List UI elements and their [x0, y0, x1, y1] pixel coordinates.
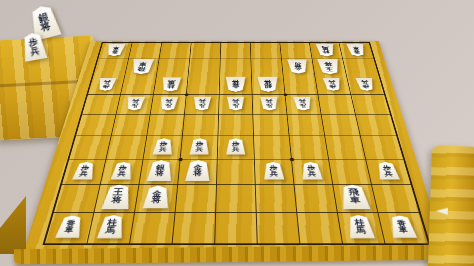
board-square-9f [69, 136, 111, 159]
star-point [283, 93, 287, 95]
board-square-3b: 金将 [282, 59, 315, 76]
board-square-1e [356, 115, 397, 137]
board-square-9i: 香車 [45, 213, 94, 244]
shogi-grid: 香車桂馬香車飛車金将玉将歩兵桂馬金将銀将歩兵歩兵歩兵歩兵歩兵歩兵歩兵歩兵歩兵歩兵… [42, 42, 430, 245]
board-square-6g: 金将 [178, 159, 218, 184]
board-square-5e [218, 115, 254, 137]
board-square-4a [251, 43, 282, 59]
board-square-1d [351, 95, 390, 115]
board-square-8g: 歩兵 [101, 159, 144, 184]
shogi-piece-sente-pawn[interactable]: 歩兵 [300, 162, 323, 180]
shogi-piece-sente-king[interactable]: 王将 [100, 185, 133, 210]
board-square-1b [343, 59, 379, 76]
shogi-piece-gote-pawn[interactable]: 歩兵 [96, 78, 117, 91]
shogi-piece-gote-pawn[interactable]: 歩兵 [192, 97, 212, 111]
board-square-1a: 香車 [339, 43, 373, 59]
board-square-5d: 歩兵 [219, 95, 253, 115]
board-front-face [14, 245, 448, 265]
shogi-board: 香車桂馬香車飛車金将玉将歩兵桂馬金将銀将歩兵歩兵歩兵歩兵歩兵歩兵歩兵歩兵歩兵歩兵… [24, 41, 445, 250]
shogi-piece-gote-pawn[interactable]: 歩兵 [293, 97, 314, 111]
board-square-5h [216, 185, 257, 213]
shogi-piece-sente-lance[interactable]: 香車 [54, 215, 85, 238]
board-square-6h [176, 185, 217, 213]
shogi-piece-gote-gold[interactable]: 金将 [225, 77, 247, 92]
shogi-piece-gote-gold[interactable]: 金将 [286, 59, 309, 73]
shogi-piece-sente-lance[interactable]: 香車 [387, 215, 418, 238]
board-square-9b [93, 59, 129, 76]
board-square-5g [217, 159, 256, 184]
board-square-3d: 歩兵 [285, 95, 321, 115]
shogi-piece-sente-knight[interactable]: 桂馬 [345, 215, 376, 238]
board-square-9e [76, 115, 116, 137]
board-square-6e [183, 115, 219, 137]
board-square-7b [157, 59, 190, 76]
board-square-4c: 銀将 [252, 76, 286, 94]
board-square-7i [130, 213, 175, 244]
board-square-7e [147, 115, 185, 137]
board-square-1f [361, 136, 404, 159]
board-left-side-face [0, 196, 26, 254]
photo-desk-background: { "game": "shogi", "scene": "Overhead ph… [0, 0, 474, 266]
shogi-piece-sente-pawn[interactable]: 歩兵 [71, 162, 97, 180]
board-square-3e [287, 115, 325, 137]
board-square-4i [257, 213, 301, 244]
shogi-piece-gote-pawn[interactable]: 歩兵 [354, 78, 375, 91]
shogi-piece-gote-knight[interactable]: 桂馬 [315, 44, 336, 56]
board-square-6i [173, 213, 216, 244]
board-square-4h [256, 185, 298, 213]
shogi-piece-gote-pawn[interactable]: 歩兵 [226, 97, 245, 111]
board-square-1h [372, 185, 419, 213]
board-square-6b [188, 59, 220, 76]
shogi-piece-gote-pawn[interactable]: 歩兵 [322, 78, 343, 91]
board-square-2h: 飛車 [333, 185, 378, 213]
board-square-1c: 歩兵 [347, 76, 384, 94]
board-square-7f: 歩兵 [143, 136, 182, 159]
shogi-piece-sente-pawn[interactable]: 歩兵 [226, 138, 247, 154]
shogi-piece-gote-pawn[interactable]: 歩兵 [259, 97, 279, 111]
board-square-2e [322, 115, 361, 137]
board-square-4d: 歩兵 [252, 95, 287, 115]
board-square-2c: 歩兵 [315, 76, 351, 94]
board-square-5a [221, 43, 252, 59]
board-square-3f [290, 136, 329, 159]
board-square-5f: 歩兵 [218, 136, 255, 159]
board-square-7d: 歩兵 [151, 95, 187, 115]
board-square-4b [251, 59, 283, 76]
board-square-8f [106, 136, 147, 159]
board-square-9d [82, 95, 121, 115]
shogi-piece-sente-rook[interactable]: 飛車 [338, 185, 371, 210]
board-square-2d [318, 95, 355, 115]
shogi-piece-gote-king[interactable]: 玉将 [316, 59, 341, 74]
board-square-2b: 玉将 [312, 59, 347, 76]
board-square-1i: 香車 [378, 213, 428, 244]
board-square-2g [329, 159, 372, 184]
board-square-4e [253, 115, 289, 137]
komadai-right-stand [428, 145, 474, 266]
shogi-piece-sente-pawn[interactable]: 歩兵 [152, 138, 174, 154]
shogi-piece-gote-knight[interactable]: 桂馬 [160, 77, 182, 91]
board-square-9a: 香車 [98, 43, 132, 59]
shogi-piece-sente-gold[interactable]: 金将 [184, 160, 211, 181]
board-square-8d: 歩兵 [116, 95, 153, 115]
shogi-piece-sente-pawn[interactable]: 歩兵 [110, 162, 135, 180]
board-square-5i [215, 213, 258, 244]
board-square-3c [284, 76, 319, 94]
shogi-piece-sente-silver[interactable]: 銀将 [146, 160, 174, 181]
board-square-3h [294, 185, 337, 213]
board-square-6f: 歩兵 [181, 136, 219, 159]
board-square-8e [112, 115, 151, 137]
board-square-4f [254, 136, 292, 159]
board-square-5b [220, 59, 252, 76]
board-square-3a [280, 43, 312, 59]
board-square-1g: 歩兵 [366, 159, 411, 184]
shogi-piece-gote-pawn[interactable]: 歩兵 [158, 97, 178, 111]
shogi-piece-gote-lance[interactable]: 香車 [345, 44, 366, 56]
shogi-piece-gote-rook[interactable]: 飛車 [129, 59, 154, 74]
board-square-8h: 王将 [94, 185, 139, 213]
board-square-7a [159, 43, 191, 59]
board-square-6d: 歩兵 [185, 95, 220, 115]
board-square-9c: 歩兵 [88, 76, 125, 94]
board-square-7c: 桂馬 [154, 76, 189, 94]
board-square-8c [121, 76, 157, 94]
shogi-piece-gote-pawn[interactable]: 歩兵 [124, 97, 145, 111]
shogi-piece-sente-pawn[interactable]: 歩兵 [20, 31, 48, 62]
shogi-piece-sente-gold[interactable]: 金将 [142, 186, 172, 209]
board-square-5c: 金将 [220, 76, 253, 94]
board-square-3i [297, 213, 343, 244]
board-square-3g: 歩兵 [292, 159, 333, 184]
board-square-2f [325, 136, 366, 159]
board-square-2i: 桂馬 [338, 213, 386, 244]
board-square-8i: 桂馬 [87, 213, 134, 244]
board-square-8b: 飛車 [125, 59, 159, 76]
board-square-2a: 桂馬 [310, 43, 343, 59]
shogi-piece-sente-pawn[interactable]: 歩兵 [189, 138, 210, 154]
board-square-8a [129, 43, 162, 59]
board-square-9h [54, 185, 101, 213]
board-square-7g: 銀将 [139, 159, 180, 184]
piece-edge-sliver [436, 207, 448, 214]
star-point [290, 158, 295, 161]
shogi-piece-gote-lance[interactable]: 香車 [105, 44, 126, 56]
board-square-6c [187, 76, 220, 94]
board-square-9g: 歩兵 [62, 159, 106, 184]
board-square-6a [190, 43, 221, 59]
shogi-piece-sente-pawn[interactable]: 歩兵 [375, 162, 401, 180]
board-square-4g: 歩兵 [255, 159, 295, 184]
shogi-piece-sente-pawn[interactable]: 歩兵 [263, 162, 285, 180]
board-square-7h: 金将 [135, 185, 178, 213]
shogi-piece-sente-knight[interactable]: 桂馬 [96, 215, 127, 238]
shogi-piece-gote-silver[interactable]: 銀将 [257, 77, 280, 92]
